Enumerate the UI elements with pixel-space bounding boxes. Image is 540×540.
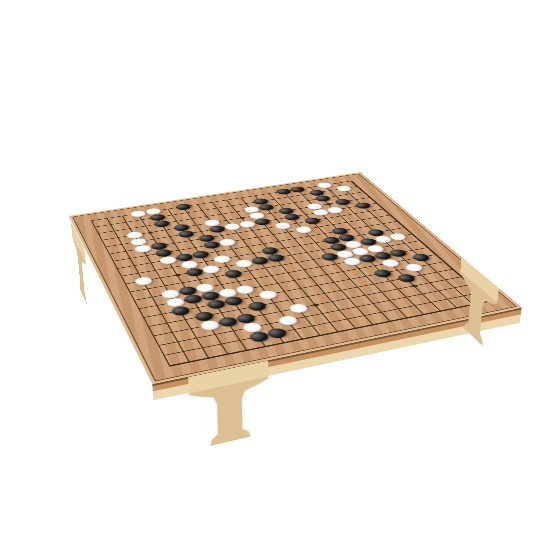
black-stone[interactable] bbox=[247, 331, 271, 343]
black-stone[interactable] bbox=[192, 310, 214, 322]
white-stone[interactable] bbox=[159, 289, 180, 300]
black-stone[interactable] bbox=[222, 296, 244, 307]
black-stone[interactable] bbox=[234, 313, 257, 325]
black-stone[interactable] bbox=[177, 286, 198, 297]
black-stone[interactable] bbox=[176, 230, 195, 239]
go-board bbox=[69, 172, 522, 384]
white-stone[interactable] bbox=[216, 287, 238, 298]
hoshi-point bbox=[311, 303, 318, 306]
black-stone[interactable] bbox=[169, 305, 191, 316]
black-stone[interactable] bbox=[395, 273, 417, 283]
black-stone[interactable] bbox=[182, 294, 204, 305]
white-stone[interactable] bbox=[276, 315, 299, 327]
black-stone[interactable] bbox=[252, 218, 271, 226]
white-stone[interactable] bbox=[217, 238, 237, 247]
white-stone[interactable] bbox=[240, 321, 263, 333]
hoshi-point bbox=[410, 284, 417, 287]
black-stone[interactable] bbox=[313, 195, 332, 202]
white-stone[interactable] bbox=[133, 276, 153, 286]
white-stone[interactable] bbox=[273, 221, 292, 229]
white-stone[interactable] bbox=[256, 289, 278, 300]
black-stone[interactable] bbox=[174, 203, 192, 211]
black-stone[interactable] bbox=[333, 198, 352, 206]
white-stone[interactable] bbox=[402, 263, 424, 273]
white-stone[interactable] bbox=[211, 254, 231, 263]
white-stone[interactable] bbox=[293, 225, 313, 233]
white-stone[interactable] bbox=[198, 319, 221, 331]
black-stone[interactable] bbox=[190, 250, 210, 259]
white-stone[interactable] bbox=[233, 259, 254, 269]
black-stone[interactable] bbox=[302, 217, 321, 225]
black-stone[interactable] bbox=[184, 267, 205, 277]
white-stone[interactable] bbox=[194, 282, 215, 292]
board-scene bbox=[0, 0, 540, 540]
hoshi-point bbox=[147, 231, 153, 234]
black-stone[interactable] bbox=[199, 290, 221, 301]
black-stone[interactable] bbox=[216, 316, 239, 328]
black-stone[interactable] bbox=[245, 301, 267, 312]
black-stone[interactable] bbox=[265, 327, 289, 339]
black-stone[interactable] bbox=[353, 202, 372, 210]
hoshi-point bbox=[239, 217, 245, 220]
black-stone[interactable] bbox=[410, 253, 432, 262]
white-stone[interactable] bbox=[233, 284, 255, 295]
white-stone[interactable] bbox=[379, 258, 401, 268]
black-stone[interactable] bbox=[152, 220, 171, 228]
hoshi-point bbox=[325, 203, 331, 205]
black-stone[interactable] bbox=[371, 268, 393, 278]
black-stone[interactable] bbox=[282, 213, 301, 221]
white-stone[interactable] bbox=[164, 297, 186, 308]
hoshi-point bbox=[174, 273, 180, 276]
black-stone[interactable] bbox=[222, 269, 243, 279]
go-board-surface bbox=[69, 172, 522, 384]
white-stone[interactable] bbox=[334, 185, 352, 192]
white-stone[interactable] bbox=[315, 182, 333, 189]
black-stone[interactable] bbox=[205, 299, 227, 310]
white-stone[interactable] bbox=[200, 264, 221, 274]
black-stone[interactable] bbox=[256, 203, 275, 211]
hoshi-point bbox=[206, 323, 213, 327]
product-photo-stage bbox=[0, 0, 540, 540]
black-stone[interactable] bbox=[265, 253, 286, 262]
white-stone[interactable] bbox=[287, 303, 310, 314]
white-stone[interactable] bbox=[179, 260, 199, 270]
